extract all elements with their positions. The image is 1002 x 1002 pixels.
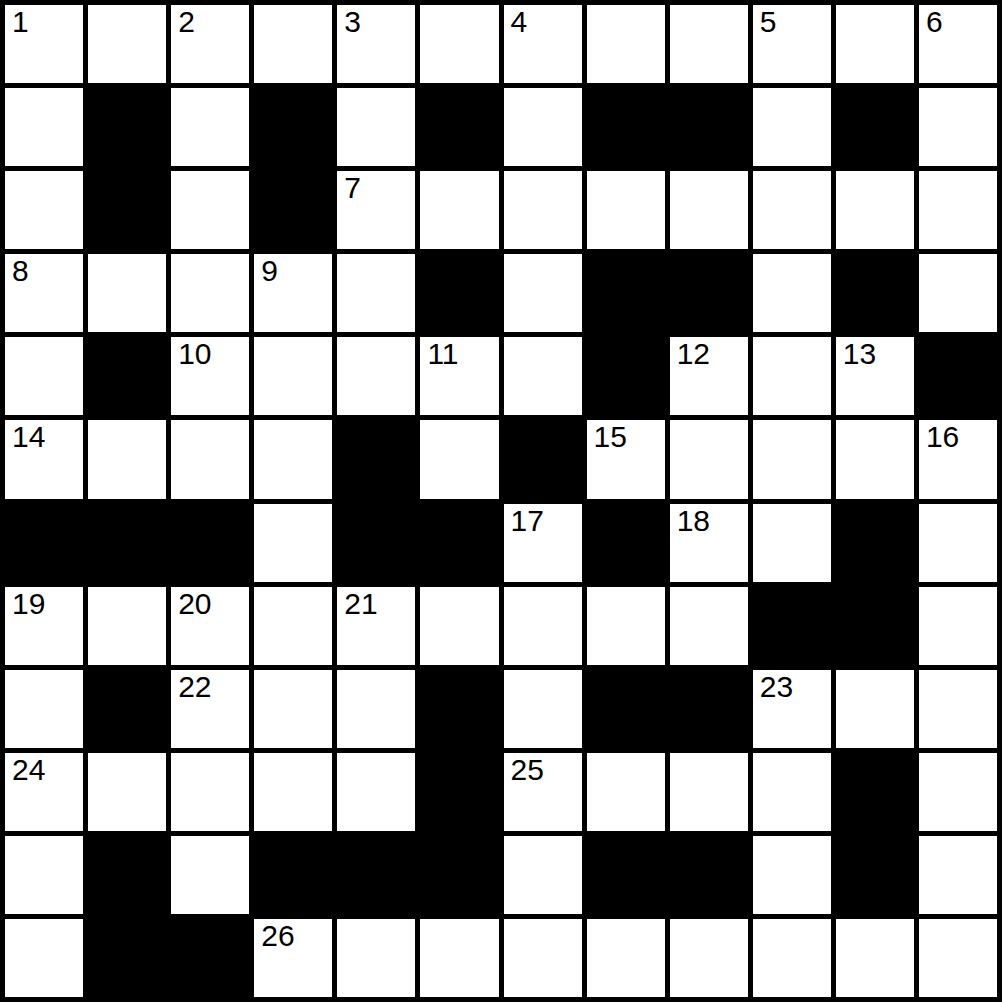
- white-cell-r6c12[interactable]: 16: [919, 420, 997, 498]
- white-cell-r1c12[interactable]: 6: [919, 5, 997, 83]
- white-cell-r5c11[interactable]: 13: [836, 337, 914, 415]
- black-cell-r12c2: [88, 919, 166, 997]
- clue-number-25: 25: [511, 755, 544, 785]
- clue-number-22: 22: [178, 672, 211, 702]
- white-cell-r7c4[interactable]: [254, 504, 332, 582]
- white-cell-r12c11[interactable]: [836, 919, 914, 997]
- white-cell-r12c1[interactable]: [5, 919, 83, 997]
- black-cell-r4c11: [836, 254, 914, 332]
- white-cell-r9c4[interactable]: [254, 670, 332, 748]
- clue-number-18: 18: [677, 506, 710, 536]
- black-cell-r11c8: [587, 836, 665, 914]
- white-cell-r4c1[interactable]: 8: [5, 254, 83, 332]
- white-cell-r2c12[interactable]: [919, 88, 997, 166]
- clue-number-6: 6: [926, 7, 943, 37]
- white-cell-r4c12[interactable]: [919, 254, 997, 332]
- white-cell-r1c3[interactable]: 2: [171, 5, 249, 83]
- white-cell-r7c7[interactable]: 17: [504, 504, 582, 582]
- black-cell-r4c6: [420, 254, 498, 332]
- white-cell-r4c2[interactable]: [88, 254, 166, 332]
- white-cell-r1c1[interactable]: 1: [5, 5, 83, 83]
- white-cell-r6c3[interactable]: [171, 420, 249, 498]
- clue-number-19: 19: [12, 589, 45, 619]
- white-cell-r4c5[interactable]: [337, 254, 415, 332]
- black-cell-r7c3: [171, 504, 249, 582]
- black-cell-r10c11: [836, 753, 914, 831]
- black-cell-r2c2: [88, 88, 166, 166]
- black-cell-r9c9: [670, 670, 748, 748]
- white-cell-r3c11[interactable]: [836, 171, 914, 249]
- white-cell-r6c2[interactable]: [88, 420, 166, 498]
- white-cell-r8c4[interactable]: [254, 587, 332, 665]
- white-cell-r3c3[interactable]: [171, 171, 249, 249]
- white-cell-r5c4[interactable]: [254, 337, 332, 415]
- white-cell-r1c11[interactable]: [836, 5, 914, 83]
- white-cell-r5c3[interactable]: 10: [171, 337, 249, 415]
- white-cell-r9c3[interactable]: 22: [171, 670, 249, 748]
- white-cell-r7c9[interactable]: 18: [670, 504, 748, 582]
- clue-number-10: 10: [178, 339, 211, 369]
- clue-number-24: 24: [12, 755, 45, 785]
- white-cell-r1c9[interactable]: [670, 5, 748, 83]
- white-cell-r7c12[interactable]: [919, 504, 997, 582]
- white-cell-r9c12[interactable]: [919, 670, 997, 748]
- crossword-board: 1234567891011121314151617181920212223242…: [0, 0, 1002, 1002]
- black-cell-r6c5: [337, 420, 415, 498]
- clue-number-11: 11: [427, 339, 458, 369]
- white-cell-r3c5[interactable]: 7: [337, 171, 415, 249]
- white-cell-r5c9[interactable]: 12: [670, 337, 748, 415]
- black-cell-r7c2: [88, 504, 166, 582]
- white-cell-r8c6[interactable]: [420, 587, 498, 665]
- black-cell-r9c8: [587, 670, 665, 748]
- clue-number-7: 7: [344, 173, 361, 203]
- white-cell-r8c12[interactable]: [919, 587, 997, 665]
- white-cell-r8c8[interactable]: [587, 587, 665, 665]
- black-cell-r11c2: [88, 836, 166, 914]
- black-cell-r5c2: [88, 337, 166, 415]
- black-cell-r11c6: [420, 836, 498, 914]
- black-cell-r5c12: [919, 337, 997, 415]
- clue-number-16: 16: [926, 422, 959, 452]
- white-cell-r10c2[interactable]: [88, 753, 166, 831]
- black-cell-r2c9: [670, 88, 748, 166]
- black-cell-r2c4: [254, 88, 332, 166]
- white-cell-r1c6[interactable]: [420, 5, 498, 83]
- white-cell-r4c4[interactable]: 9: [254, 254, 332, 332]
- white-cell-r12c6[interactable]: [420, 919, 498, 997]
- white-cell-r4c7[interactable]: [504, 254, 582, 332]
- white-cell-r5c10[interactable]: [753, 337, 831, 415]
- black-cell-r11c9: [670, 836, 748, 914]
- white-cell-r12c12[interactable]: [919, 919, 997, 997]
- white-cell-r3c7[interactable]: [504, 171, 582, 249]
- white-cell-r12c10[interactable]: [753, 919, 831, 997]
- white-cell-r5c7[interactable]: [504, 337, 582, 415]
- white-cell-r6c9[interactable]: [670, 420, 748, 498]
- white-cell-r8c5[interactable]: 21: [337, 587, 415, 665]
- clue-number-14: 14: [12, 422, 45, 452]
- white-cell-r12c7[interactable]: [504, 919, 582, 997]
- clue-number-1: 1: [12, 7, 29, 37]
- black-cell-r7c8: [587, 504, 665, 582]
- black-cell-r4c8: [587, 254, 665, 332]
- white-cell-r1c4[interactable]: [254, 5, 332, 83]
- black-cell-r8c10: [753, 587, 831, 665]
- white-cell-r3c12[interactable]: [919, 171, 997, 249]
- black-cell-r7c1: [5, 504, 83, 582]
- black-cell-r7c6: [420, 504, 498, 582]
- black-cell-r6c7: [504, 420, 582, 498]
- clue-number-4: 4: [511, 7, 528, 37]
- clue-number-13: 13: [843, 339, 876, 369]
- black-cell-r9c2: [88, 670, 166, 748]
- white-cell-r3c6[interactable]: [420, 171, 498, 249]
- black-cell-r2c11: [836, 88, 914, 166]
- white-cell-r2c7[interactable]: [504, 88, 582, 166]
- black-cell-r8c11: [836, 587, 914, 665]
- clue-number-2: 2: [178, 7, 195, 37]
- white-cell-r6c10[interactable]: [753, 420, 831, 498]
- white-cell-r3c1[interactable]: [5, 171, 83, 249]
- white-cell-r7c10[interactable]: [753, 504, 831, 582]
- white-cell-r2c1[interactable]: [5, 88, 83, 166]
- white-cell-r11c3[interactable]: [171, 836, 249, 914]
- white-cell-r10c12[interactable]: [919, 753, 997, 831]
- clue-number-23: 23: [760, 672, 793, 702]
- black-cell-r11c11: [836, 836, 914, 914]
- black-cell-r3c4: [254, 171, 332, 249]
- white-cell-r10c10[interactable]: [753, 753, 831, 831]
- white-cell-r11c7[interactable]: [504, 836, 582, 914]
- white-cell-r9c7[interactable]: [504, 670, 582, 748]
- white-cell-r3c9[interactable]: [670, 171, 748, 249]
- white-cell-r10c7[interactable]: 25: [504, 753, 582, 831]
- clue-number-20: 20: [178, 589, 211, 619]
- white-cell-r10c3[interactable]: [171, 753, 249, 831]
- white-cell-r6c6[interactable]: [420, 420, 498, 498]
- black-cell-r7c11: [836, 504, 914, 582]
- white-cell-r8c9[interactable]: [670, 587, 748, 665]
- black-cell-r5c8: [587, 337, 665, 415]
- white-cell-r1c8[interactable]: [587, 5, 665, 83]
- white-cell-r5c6[interactable]: 11: [420, 337, 498, 415]
- clue-number-15: 15: [594, 422, 627, 452]
- clue-number-5: 5: [760, 7, 777, 37]
- black-cell-r4c9: [670, 254, 748, 332]
- white-cell-r12c5[interactable]: [337, 919, 415, 997]
- black-cell-r7c5: [337, 504, 415, 582]
- white-cell-r1c5[interactable]: 3: [337, 5, 415, 83]
- white-cell-r8c2[interactable]: [88, 587, 166, 665]
- black-cell-r2c6: [420, 88, 498, 166]
- white-cell-r5c1[interactable]: [5, 337, 83, 415]
- white-cell-r3c8[interactable]: [587, 171, 665, 249]
- white-cell-r6c4[interactable]: [254, 420, 332, 498]
- clue-number-17: 17: [511, 506, 544, 536]
- clue-number-21: 21: [344, 589, 377, 619]
- clue-number-8: 8: [12, 256, 29, 286]
- white-cell-r1c10[interactable]: 5: [753, 5, 831, 83]
- white-cell-r6c1[interactable]: 14: [5, 420, 83, 498]
- white-cell-r11c1[interactable]: [5, 836, 83, 914]
- black-cell-r2c8: [587, 88, 665, 166]
- white-cell-r1c7[interactable]: 4: [504, 5, 582, 83]
- white-cell-r12c4[interactable]: 26: [254, 919, 332, 997]
- white-cell-r9c10[interactable]: 23: [753, 670, 831, 748]
- white-cell-r2c3[interactable]: [171, 88, 249, 166]
- white-cell-r8c7[interactable]: [504, 587, 582, 665]
- white-cell-r11c12[interactable]: [919, 836, 997, 914]
- white-cell-r2c10[interactable]: [753, 88, 831, 166]
- white-cell-r6c8[interactable]: 15: [587, 420, 665, 498]
- black-cell-r9c6: [420, 670, 498, 748]
- white-cell-r4c3[interactable]: [171, 254, 249, 332]
- white-cell-r10c1[interactable]: 24: [5, 753, 83, 831]
- white-cell-r10c8[interactable]: [587, 753, 665, 831]
- clue-number-12: 12: [677, 339, 710, 369]
- white-cell-r12c8[interactable]: [587, 919, 665, 997]
- white-cell-r8c1[interactable]: 19: [5, 587, 83, 665]
- white-cell-r12c9[interactable]: [670, 919, 748, 997]
- white-cell-r6c11[interactable]: [836, 420, 914, 498]
- white-cell-r8c3[interactable]: 20: [171, 587, 249, 665]
- white-cell-r9c1[interactable]: [5, 670, 83, 748]
- white-cell-r10c5[interactable]: [337, 753, 415, 831]
- clue-number-3: 3: [344, 7, 361, 37]
- white-cell-r10c9[interactable]: [670, 753, 748, 831]
- white-cell-r11c10[interactable]: [753, 836, 831, 914]
- black-cell-r11c4: [254, 836, 332, 914]
- black-cell-r12c3: [171, 919, 249, 997]
- black-cell-r10c6: [420, 753, 498, 831]
- black-cell-r11c5: [337, 836, 415, 914]
- white-cell-r10c4[interactable]: [254, 753, 332, 831]
- white-cell-r5c5[interactable]: [337, 337, 415, 415]
- white-cell-r9c5[interactable]: [337, 670, 415, 748]
- clue-number-9: 9: [261, 256, 278, 286]
- white-cell-r1c2[interactable]: [88, 5, 166, 83]
- black-cell-r3c2: [88, 171, 166, 249]
- white-cell-r2c5[interactable]: [337, 88, 415, 166]
- white-cell-r4c10[interactable]: [753, 254, 831, 332]
- clue-number-26: 26: [261, 921, 294, 951]
- white-cell-r9c11[interactable]: [836, 670, 914, 748]
- white-cell-r3c10[interactable]: [753, 171, 831, 249]
